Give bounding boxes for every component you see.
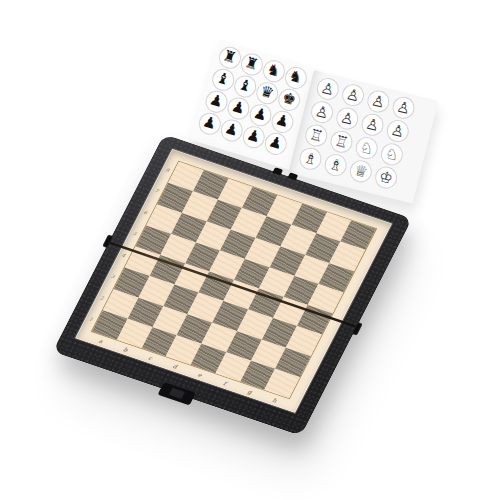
sticker-white-pawn: ♙: [365, 88, 392, 115]
clasp-tab-icon: [272, 167, 283, 175]
rank-label-4: 4: [121, 252, 126, 258]
sticker-white-knight: ♘: [353, 135, 380, 162]
rank-label-6: 6: [143, 210, 148, 216]
sticker-white-queen: ♕: [348, 158, 375, 185]
file-label-d: d: [172, 363, 179, 370]
sticker-white-bishop: ♗: [322, 152, 349, 179]
sticker-white-pawn: ♙: [390, 94, 417, 121]
sticker-white-knight: ♘: [379, 141, 406, 168]
sticker-white-bishop: ♗: [297, 145, 324, 172]
sticker-black-knight: ♞: [260, 57, 287, 84]
sticker-black-knight: ♞: [282, 64, 309, 91]
rank-label-5: 5: [132, 231, 137, 237]
board-grid-border: [91, 161, 377, 399]
sticker-white-pawn: ♙: [334, 105, 361, 132]
board-surface: abcdefgh 87654321: [74, 148, 394, 415]
board-grid: [92, 162, 376, 398]
sticker-black-queen: ♛: [253, 79, 280, 106]
sticker-black-king: ♚: [275, 86, 302, 113]
rank-label-3: 3: [110, 274, 115, 280]
sticker-white-pawn: ♙: [340, 82, 367, 109]
sticker-black-pawn: ♟: [240, 123, 267, 150]
sticker-black-pawn: ♟: [262, 130, 289, 157]
file-label-b: b: [122, 346, 129, 353]
sticker-white-pawn: ♙: [359, 111, 386, 138]
file-label-h: h: [271, 396, 278, 403]
rank-label-1: 1: [88, 316, 93, 322]
clasp-tab-icon: [287, 172, 298, 180]
file-label-e: e: [197, 371, 204, 378]
sticker-black-pawn: ♟: [224, 94, 251, 121]
product-photo: ♜♜♞♞♝♝♛♚♟♟♟♟♟♟♟♟ ♙♙♙♙♙♙♙♙♖♖♘♘♗♗♕♔ abcdef…: [0, 0, 500, 500]
rank-label-8: 8: [165, 167, 170, 173]
rank-label-7: 7: [154, 188, 159, 194]
sticker-white-rook: ♖: [328, 128, 355, 155]
file-label-a: a: [97, 337, 104, 344]
rank-label-2: 2: [99, 295, 104, 301]
file-label-g: g: [246, 388, 253, 395]
sticker-black-rook: ♜: [238, 50, 265, 77]
file-label-f: f: [222, 380, 227, 387]
latch-icon: [158, 382, 196, 405]
sticker-black-pawn: ♟: [202, 87, 229, 114]
sticker-white-king: ♔: [373, 164, 400, 191]
sticker-black-pawn: ♟: [196, 109, 223, 136]
sticker-white-pawn: ♙: [309, 99, 336, 126]
sticker-black-bishop: ♝: [231, 72, 258, 99]
sticker-white-rook: ♖: [303, 122, 330, 149]
sticker-black-pawn: ♟: [218, 116, 245, 143]
sticker-black-bishop: ♝: [209, 65, 236, 92]
sticker-black-pawn: ♟: [268, 108, 295, 135]
sticker-white-pawn: ♙: [315, 76, 342, 103]
sticker-black-rook: ♜: [216, 43, 243, 70]
sticker-black-pawn: ♟: [246, 101, 273, 128]
sticker-white-pawn: ♙: [384, 118, 411, 145]
file-label-c: c: [147, 354, 153, 361]
